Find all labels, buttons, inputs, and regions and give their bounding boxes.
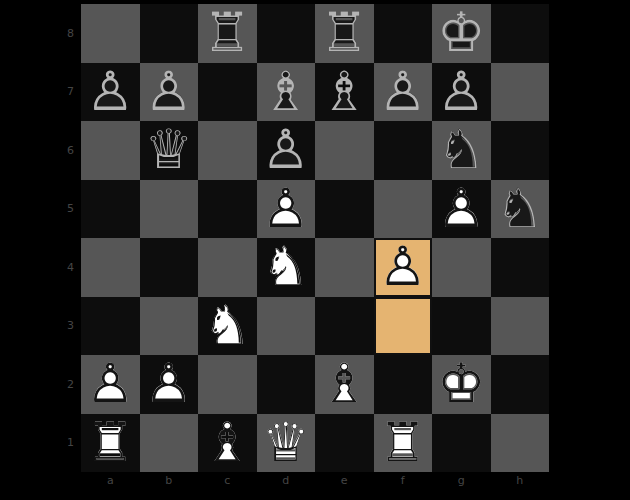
black-bishop-icon: ♝	[257, 63, 316, 122]
piece-white-pawn[interactable]: ♟♙	[257, 180, 316, 239]
square-e7[interactable]: ♝♗	[315, 63, 374, 122]
white-pawn-outline-icon: ♙	[432, 180, 491, 239]
white-queen-outline-icon: ♕	[257, 414, 316, 473]
file-label-d: d	[257, 471, 316, 489]
white-pawn-outline-icon: ♙	[140, 355, 199, 414]
square-c1[interactable]: ♝♗	[198, 414, 257, 473]
square-a2[interactable]: ♟♙	[81, 355, 140, 414]
square-h4[interactable]	[491, 238, 550, 297]
piece-white-pawn[interactable]: ♟♙	[432, 180, 491, 239]
square-a6[interactable]	[81, 121, 140, 180]
square-c6[interactable]	[198, 121, 257, 180]
black-pawn-outline-icon: ♙	[374, 63, 433, 122]
square-g1[interactable]	[432, 414, 491, 473]
piece-black-bishop[interactable]: ♝♗	[257, 63, 316, 122]
black-rook-outline-icon: ♖	[315, 4, 374, 63]
square-a4[interactable]	[81, 238, 140, 297]
square-h1[interactable]	[491, 414, 550, 473]
square-e5[interactable]	[315, 180, 374, 239]
black-king-outline-icon: ♔	[432, 4, 491, 63]
rank-label-4: 4	[0, 238, 77, 297]
white-rook-icon: ♜	[374, 414, 433, 473]
square-a1[interactable]: ♜♖	[81, 414, 140, 473]
square-f2[interactable]	[374, 355, 433, 414]
black-pawn-icon: ♟	[257, 121, 316, 180]
black-bishop-icon: ♝	[315, 63, 374, 122]
black-pawn-outline-icon: ♙	[257, 121, 316, 180]
square-g4[interactable]	[432, 238, 491, 297]
square-e6[interactable]	[315, 121, 374, 180]
rank-label-8: 8	[0, 4, 77, 63]
piece-black-pawn[interactable]: ♟♙	[374, 63, 433, 122]
piece-black-pawn[interactable]: ♟♙	[81, 63, 140, 122]
white-rook-outline-icon: ♖	[374, 414, 433, 473]
black-bishop-outline-icon: ♗	[315, 63, 374, 122]
square-e1[interactable]	[315, 414, 374, 473]
square-d8[interactable]	[257, 4, 316, 63]
black-bishop-outline-icon: ♗	[257, 63, 316, 122]
white-king-icon: ♚	[432, 355, 491, 414]
square-d5[interactable]: ♟♙	[257, 180, 316, 239]
square-f8[interactable]	[374, 4, 433, 63]
square-g3[interactable]	[432, 297, 491, 356]
white-bishop-icon: ♝	[198, 414, 257, 473]
piece-white-knight[interactable]: ♞♘	[198, 297, 257, 356]
square-a5[interactable]	[81, 180, 140, 239]
square-d4[interactable]: ♞♘	[257, 238, 316, 297]
square-f1[interactable]: ♜♖	[374, 414, 433, 473]
square-c3[interactable]: ♞♘	[198, 297, 257, 356]
white-bishop-icon: ♝	[315, 355, 374, 414]
black-pawn-icon: ♟	[374, 63, 433, 122]
piece-black-rook[interactable]: ♜♖	[315, 4, 374, 63]
white-knight-icon: ♞	[198, 297, 257, 356]
square-d3[interactable]	[257, 297, 316, 356]
square-e8[interactable]: ♜♖	[315, 4, 374, 63]
black-king-icon: ♚	[432, 4, 491, 63]
file-label-h: h	[491, 471, 550, 489]
square-g2[interactable]: ♚♔	[432, 355, 491, 414]
piece-black-knight[interactable]: ♞♘	[432, 121, 491, 180]
square-b6[interactable]: ♛♕	[140, 121, 199, 180]
black-pawn-outline-icon: ♙	[81, 63, 140, 122]
black-queen-icon: ♛	[140, 121, 199, 180]
square-d2[interactable]	[257, 355, 316, 414]
black-rook-icon: ♜	[315, 4, 374, 63]
rank-label-3: 3	[0, 297, 77, 356]
piece-black-pawn[interactable]: ♟♙	[140, 63, 199, 122]
square-c8[interactable]: ♜♖	[198, 4, 257, 63]
square-h3[interactable]	[491, 297, 550, 356]
rank-label-1: 1	[0, 414, 77, 473]
piece-black-pawn[interactable]: ♟♙	[432, 63, 491, 122]
piece-white-rook[interactable]: ♜♖	[81, 414, 140, 473]
square-h6[interactable]	[491, 121, 550, 180]
square-f5[interactable]	[374, 180, 433, 239]
square-b5[interactable]	[140, 180, 199, 239]
square-e4[interactable]	[315, 238, 374, 297]
white-rook-outline-icon: ♖	[81, 414, 140, 473]
square-d7[interactable]: ♝♗	[257, 63, 316, 122]
square-c2[interactable]	[198, 355, 257, 414]
file-label-c: c	[198, 471, 257, 489]
app-background: 87654321 ♜♖♜♖♚♔♟♙♟♙♝♗♝♗♟♙♟♙♛♕♟♙♞♘♟♙♟♙♞♘♞…	[0, 0, 630, 500]
piece-white-queen[interactable]: ♛♕	[257, 414, 316, 473]
piece-black-pawn[interactable]: ♟♙	[257, 121, 316, 180]
square-h8[interactable]	[491, 4, 550, 63]
white-knight-outline-icon: ♘	[198, 297, 257, 356]
piece-white-bishop[interactable]: ♝♗	[315, 355, 374, 414]
square-c4[interactable]	[198, 238, 257, 297]
file-label-f: f	[374, 471, 433, 489]
rank-labels: 87654321	[0, 4, 77, 472]
black-knight-outline-icon: ♘	[432, 121, 491, 180]
piece-black-queen[interactable]: ♛♕	[140, 121, 199, 180]
square-g6[interactable]: ♞♘	[432, 121, 491, 180]
black-rook-icon: ♜	[198, 4, 257, 63]
file-labels: abcdefgh	[81, 471, 549, 489]
square-b8[interactable]	[140, 4, 199, 63]
rank-label-2: 2	[0, 355, 77, 414]
piece-black-rook[interactable]: ♜♖	[198, 4, 257, 63]
square-e2[interactable]: ♝♗	[315, 355, 374, 414]
file-label-a: a	[81, 471, 140, 489]
square-b7[interactable]: ♟♙	[140, 63, 199, 122]
white-pawn-icon: ♟	[140, 355, 199, 414]
piece-white-pawn[interactable]: ♟♙	[140, 355, 199, 414]
square-b3[interactable]	[140, 297, 199, 356]
square-e3[interactable]	[315, 297, 374, 356]
square-b4[interactable]	[140, 238, 199, 297]
white-pawn-outline-icon: ♙	[374, 238, 433, 297]
piece-black-knight[interactable]: ♞♘	[491, 180, 550, 239]
square-a7[interactable]: ♟♙	[81, 63, 140, 122]
white-pawn-icon: ♟	[432, 180, 491, 239]
square-b2[interactable]: ♟♙	[140, 355, 199, 414]
piece-white-rook[interactable]: ♜♖	[374, 414, 433, 473]
white-pawn-icon: ♟	[81, 355, 140, 414]
white-queen-icon: ♛	[257, 414, 316, 473]
rank-label-6: 6	[0, 121, 77, 180]
white-knight-icon: ♞	[257, 238, 316, 297]
square-h7[interactable]	[491, 63, 550, 122]
rank-label-7: 7	[0, 63, 77, 122]
square-g8[interactable]: ♚♔	[432, 4, 491, 63]
file-label-e: e	[315, 471, 374, 489]
rank-label-5: 5	[0, 180, 77, 239]
piece-white-king[interactable]: ♚♔	[432, 355, 491, 414]
white-pawn-outline-icon: ♙	[81, 355, 140, 414]
white-pawn-icon: ♟	[257, 180, 316, 239]
square-h5[interactable]: ♞♘	[491, 180, 550, 239]
piece-white-pawn[interactable]: ♟♙	[374, 238, 433, 297]
white-bishop-outline-icon: ♗	[315, 355, 374, 414]
black-pawn-icon: ♟	[81, 63, 140, 122]
square-g5[interactable]: ♟♙	[432, 180, 491, 239]
white-knight-outline-icon: ♘	[257, 238, 316, 297]
black-knight-outline-icon: ♘	[491, 180, 550, 239]
black-knight-icon: ♞	[432, 121, 491, 180]
square-f7[interactable]: ♟♙	[374, 63, 433, 122]
white-king-outline-icon: ♔	[432, 355, 491, 414]
square-d6[interactable]: ♟♙	[257, 121, 316, 180]
piece-white-bishop[interactable]: ♝♗	[198, 414, 257, 473]
piece-black-bishop[interactable]: ♝♗	[315, 63, 374, 122]
white-pawn-outline-icon: ♙	[257, 180, 316, 239]
chess-board[interactable]: ♜♖♜♖♚♔♟♙♟♙♝♗♝♗♟♙♟♙♛♕♟♙♞♘♟♙♟♙♞♘♞♘♟♙♞♘♟♙♟♙…	[81, 4, 549, 472]
black-queen-outline-icon: ♕	[140, 121, 199, 180]
black-pawn-icon: ♟	[432, 63, 491, 122]
black-pawn-outline-icon: ♙	[432, 63, 491, 122]
white-bishop-outline-icon: ♗	[198, 414, 257, 473]
piece-white-knight[interactable]: ♞♘	[257, 238, 316, 297]
white-rook-icon: ♜	[81, 414, 140, 473]
file-label-g: g	[432, 471, 491, 489]
square-c7[interactable]	[198, 63, 257, 122]
piece-white-pawn[interactable]: ♟♙	[81, 355, 140, 414]
square-f6[interactable]	[374, 121, 433, 180]
black-rook-outline-icon: ♖	[198, 4, 257, 63]
square-d1[interactable]: ♛♕	[257, 414, 316, 473]
file-label-b: b	[140, 471, 199, 489]
square-g7[interactable]: ♟♙	[432, 63, 491, 122]
square-h2[interactable]	[491, 355, 550, 414]
black-pawn-icon: ♟	[140, 63, 199, 122]
square-a8[interactable]	[81, 4, 140, 63]
square-f4[interactable]: ♟♙	[374, 238, 433, 297]
white-pawn-icon: ♟	[374, 238, 433, 297]
square-b1[interactable]	[140, 414, 199, 473]
piece-black-king[interactable]: ♚♔	[432, 4, 491, 63]
square-c5[interactable]	[198, 180, 257, 239]
square-f3[interactable]	[374, 297, 433, 356]
black-pawn-outline-icon: ♙	[140, 63, 199, 122]
black-knight-icon: ♞	[491, 180, 550, 239]
square-a3[interactable]	[81, 297, 140, 356]
